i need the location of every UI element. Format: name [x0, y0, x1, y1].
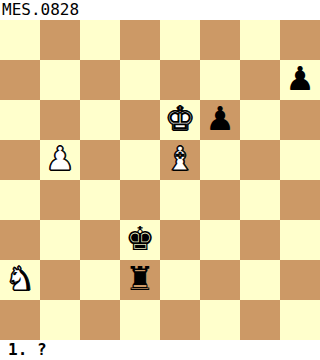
- square-c5[interactable]: [80, 140, 120, 180]
- square-d3[interactable]: ♚: [120, 220, 160, 260]
- square-b7[interactable]: [40, 60, 80, 100]
- square-a2[interactable]: ♞: [0, 260, 40, 300]
- square-c3[interactable]: [80, 220, 120, 260]
- square-d4[interactable]: [120, 180, 160, 220]
- square-e4[interactable]: [160, 180, 200, 220]
- square-h3[interactable]: [280, 220, 320, 260]
- square-a1[interactable]: [0, 300, 40, 340]
- white-king[interactable]: ♚: [165, 99, 195, 139]
- square-f7[interactable]: [200, 60, 240, 100]
- square-a3[interactable]: [0, 220, 40, 260]
- square-d6[interactable]: [120, 100, 160, 140]
- square-d7[interactable]: [120, 60, 160, 100]
- square-e6[interactable]: ♚: [160, 100, 200, 140]
- black-pawn[interactable]: ♟: [205, 99, 235, 139]
- square-g2[interactable]: [240, 260, 280, 300]
- square-e7[interactable]: [160, 60, 200, 100]
- square-b6[interactable]: [40, 100, 80, 140]
- square-c1[interactable]: [80, 300, 120, 340]
- chess-diagram: MES.0828 ♟♚♟♟♝♚♞♜ 1. ?: [0, 0, 320, 360]
- square-g7[interactable]: [240, 60, 280, 100]
- square-h2[interactable]: [280, 260, 320, 300]
- square-g6[interactable]: [240, 100, 280, 140]
- square-c2[interactable]: [80, 260, 120, 300]
- square-d8[interactable]: [120, 20, 160, 60]
- square-c7[interactable]: [80, 60, 120, 100]
- white-pawn[interactable]: ♟: [45, 139, 75, 179]
- black-pawn[interactable]: ♟: [285, 59, 315, 99]
- square-f8[interactable]: [200, 20, 240, 60]
- square-b3[interactable]: [40, 220, 80, 260]
- square-d2[interactable]: ♜: [120, 260, 160, 300]
- square-e8[interactable]: [160, 20, 200, 60]
- square-g4[interactable]: [240, 180, 280, 220]
- black-rook[interactable]: ♜: [125, 259, 155, 299]
- square-e3[interactable]: [160, 220, 200, 260]
- square-a7[interactable]: [0, 60, 40, 100]
- square-h5[interactable]: [280, 140, 320, 180]
- square-h4[interactable]: [280, 180, 320, 220]
- square-h1[interactable]: [280, 300, 320, 340]
- square-g5[interactable]: [240, 140, 280, 180]
- square-a8[interactable]: [0, 20, 40, 60]
- square-c4[interactable]: [80, 180, 120, 220]
- black-king[interactable]: ♚: [125, 219, 155, 259]
- square-f1[interactable]: [200, 300, 240, 340]
- square-f4[interactable]: [200, 180, 240, 220]
- square-b4[interactable]: [40, 180, 80, 220]
- square-h8[interactable]: [280, 20, 320, 60]
- square-a6[interactable]: [0, 100, 40, 140]
- square-h7[interactable]: ♟: [280, 60, 320, 100]
- square-f6[interactable]: ♟: [200, 100, 240, 140]
- chess-board: ♟♚♟♟♝♚♞♜: [0, 20, 320, 340]
- move-prompt: 1. ?: [0, 340, 320, 360]
- square-h6[interactable]: [280, 100, 320, 140]
- square-g3[interactable]: [240, 220, 280, 260]
- square-e1[interactable]: [160, 300, 200, 340]
- square-e2[interactable]: [160, 260, 200, 300]
- square-f5[interactable]: [200, 140, 240, 180]
- white-knight[interactable]: ♞: [5, 259, 35, 299]
- square-b8[interactable]: [40, 20, 80, 60]
- square-d5[interactable]: [120, 140, 160, 180]
- diagram-title: MES.0828: [0, 0, 320, 20]
- square-g1[interactable]: [240, 300, 280, 340]
- square-d1[interactable]: [120, 300, 160, 340]
- square-f3[interactable]: [200, 220, 240, 260]
- square-b5[interactable]: ♟: [40, 140, 80, 180]
- square-e5[interactable]: ♝: [160, 140, 200, 180]
- square-b2[interactable]: [40, 260, 80, 300]
- square-a4[interactable]: [0, 180, 40, 220]
- square-c6[interactable]: [80, 100, 120, 140]
- square-f2[interactable]: [200, 260, 240, 300]
- square-b1[interactable]: [40, 300, 80, 340]
- square-a5[interactable]: [0, 140, 40, 180]
- white-bishop[interactable]: ♝: [165, 139, 195, 179]
- square-c8[interactable]: [80, 20, 120, 60]
- square-g8[interactable]: [240, 20, 280, 60]
